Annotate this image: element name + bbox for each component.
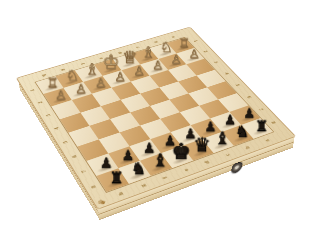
file-label: d xyxy=(198,153,218,171)
rank-label: 5 xyxy=(53,136,78,148)
board-surface: ♖♘♗♔♕♗♘♖♙♙♙♙♙♙♙♙♟♟♟♟♟♟♟♟♜♞♝♚♛♝♞♜ hgfedcb… xyxy=(17,27,295,208)
piece-glyph: ♜ xyxy=(100,170,134,186)
clasp-latch-icon xyxy=(230,161,244,174)
rank-label: 3 xyxy=(36,110,60,121)
chess-set: ♖♘♗♔♕♗♘♖♙♙♙♙♙♙♙♙♟♟♟♟♟♟♟♟♜♞♝♚♛♝♞♜ hgfedcb… xyxy=(17,27,295,208)
piece-glyph: ♙ xyxy=(46,89,76,102)
file-label: g xyxy=(134,176,153,195)
rank-label: 3 xyxy=(205,57,227,67)
file-label: h xyxy=(112,184,131,203)
rank-label: 6 xyxy=(62,150,87,163)
file-label: c xyxy=(219,146,239,163)
file-label: e xyxy=(177,161,196,179)
product-photo: ♖♘♗♔♕♗♘♖♙♙♙♙♙♙♙♙♟♟♟♟♟♟♟♟♜♞♝♚♛♝♞♜ hgfedcb… xyxy=(0,0,310,238)
